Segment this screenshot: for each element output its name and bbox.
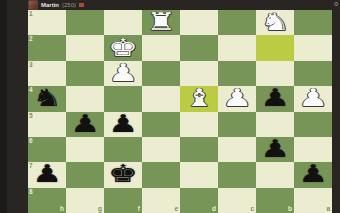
square-e8[interactable]: e — [142, 188, 180, 213]
app-background: Martin (250) ⚙ 1♜♞2♚3♟4♞♝♟♟♟5♟♟6♟7♟♚♟8hg… — [0, 0, 340, 213]
square-h1[interactable]: 1 — [28, 10, 66, 35]
white-pawn[interactable]: ♟ — [108, 61, 138, 85]
square-g6[interactable] — [66, 137, 104, 162]
settings-icon[interactable]: ⚙ — [334, 1, 339, 7]
flag-icon — [79, 3, 84, 7]
file-label-a: a — [326, 206, 330, 213]
square-g3[interactable] — [66, 61, 104, 86]
square-e2[interactable] — [142, 35, 180, 60]
rank-label-3: 3 — [29, 62, 33, 69]
square-d3[interactable] — [180, 61, 218, 86]
square-e6[interactable] — [142, 137, 180, 162]
black-pawn[interactable]: ♟ — [260, 87, 290, 111]
square-g2[interactable] — [66, 35, 104, 60]
square-g7[interactable] — [66, 162, 104, 187]
square-b5[interactable] — [256, 112, 294, 137]
square-f3[interactable]: ♟ — [104, 61, 142, 86]
file-label-h: h — [60, 206, 64, 213]
square-d7[interactable] — [180, 162, 218, 187]
file-label-f: f — [138, 206, 140, 213]
square-h2[interactable]: 2 — [28, 35, 66, 60]
player-avatar[interactable] — [28, 0, 38, 10]
square-g5[interactable]: ♟ — [66, 112, 104, 137]
player-rating: (250) — [62, 2, 76, 8]
file-label-c: c — [250, 206, 254, 213]
white-pawn[interactable]: ♟ — [222, 87, 252, 111]
square-h6[interactable]: 6 — [28, 137, 66, 162]
square-f2[interactable]: ♚ — [104, 35, 142, 60]
square-a2[interactable] — [294, 35, 332, 60]
file-label-e: e — [174, 206, 178, 213]
white-king[interactable]: ♚ — [108, 36, 138, 60]
square-c6[interactable] — [218, 137, 256, 162]
square-c5[interactable] — [218, 112, 256, 137]
square-g8[interactable]: g — [66, 188, 104, 213]
player-name[interactable]: Martin — [41, 2, 59, 8]
black-king[interactable]: ♚ — [108, 163, 138, 187]
black-pawn[interactable]: ♟ — [32, 163, 62, 187]
file-label-d: d — [212, 206, 216, 213]
square-d4[interactable]: ♝ — [180, 86, 218, 111]
square-a3[interactable] — [294, 61, 332, 86]
square-f5[interactable]: ♟ — [104, 112, 142, 137]
square-e1[interactable]: ♜ — [142, 10, 180, 35]
square-a8[interactable]: a — [294, 188, 332, 213]
square-d1[interactable] — [180, 10, 218, 35]
white-pawn[interactable]: ♟ — [298, 87, 328, 111]
black-knight[interactable]: ♞ — [32, 87, 62, 111]
square-c3[interactable] — [218, 61, 256, 86]
white-rook[interactable]: ♜ — [146, 10, 176, 34]
square-d8[interactable]: d — [180, 188, 218, 213]
square-b6[interactable]: ♟ — [256, 137, 294, 162]
rank-label-5: 5 — [29, 113, 33, 120]
black-pawn[interactable]: ♟ — [70, 112, 100, 136]
square-h3[interactable]: 3 — [28, 61, 66, 86]
square-b7[interactable] — [256, 162, 294, 187]
square-d6[interactable] — [180, 137, 218, 162]
file-label-g: g — [98, 206, 102, 213]
black-pawn[interactable]: ♟ — [260, 137, 290, 161]
square-f4[interactable] — [104, 86, 142, 111]
square-e5[interactable] — [142, 112, 180, 137]
square-h5[interactable]: 5 — [28, 112, 66, 137]
left-edge-strip — [0, 0, 7, 213]
square-a6[interactable] — [294, 137, 332, 162]
square-f7[interactable]: ♚ — [104, 162, 142, 187]
square-a4[interactable]: ♟ — [294, 86, 332, 111]
black-pawn[interactable]: ♟ — [298, 163, 328, 187]
rank-label-8: 8 — [29, 189, 33, 196]
square-b4[interactable]: ♟ — [256, 86, 294, 111]
square-c1[interactable] — [218, 10, 256, 35]
chess-board[interactable]: 1♜♞2♚3♟4♞♝♟♟♟5♟♟6♟7♟♚♟8hgfedcba — [28, 10, 332, 213]
white-knight[interactable]: ♞ — [260, 10, 290, 34]
rank-label-6: 6 — [29, 138, 33, 145]
square-c8[interactable]: c — [218, 188, 256, 213]
square-b2[interactable] — [256, 35, 294, 60]
rank-label-2: 2 — [29, 36, 33, 43]
square-a5[interactable] — [294, 112, 332, 137]
square-f6[interactable] — [104, 137, 142, 162]
black-pawn[interactable]: ♟ — [108, 112, 138, 136]
square-a1[interactable] — [294, 10, 332, 35]
rank-label-1: 1 — [29, 11, 33, 18]
square-a7[interactable]: ♟ — [294, 162, 332, 187]
square-h7[interactable]: 7♟ — [28, 162, 66, 187]
square-e7[interactable] — [142, 162, 180, 187]
square-e4[interactable] — [142, 86, 180, 111]
white-bishop[interactable]: ♝ — [184, 87, 214, 111]
square-g1[interactable] — [66, 10, 104, 35]
square-b8[interactable]: b — [256, 188, 294, 213]
square-f8[interactable]: f — [104, 188, 142, 213]
square-c4[interactable]: ♟ — [218, 86, 256, 111]
square-d5[interactable] — [180, 112, 218, 137]
square-f1[interactable] — [104, 10, 142, 35]
square-g4[interactable] — [66, 86, 104, 111]
file-label-b: b — [288, 206, 292, 213]
square-c2[interactable] — [218, 35, 256, 60]
square-b3[interactable] — [256, 61, 294, 86]
square-d2[interactable] — [180, 35, 218, 60]
square-b1[interactable]: ♞ — [256, 10, 294, 35]
square-h4[interactable]: 4♞ — [28, 86, 66, 111]
square-e3[interactable] — [142, 61, 180, 86]
square-h8[interactable]: 8h — [28, 188, 66, 213]
square-c7[interactable] — [218, 162, 256, 187]
